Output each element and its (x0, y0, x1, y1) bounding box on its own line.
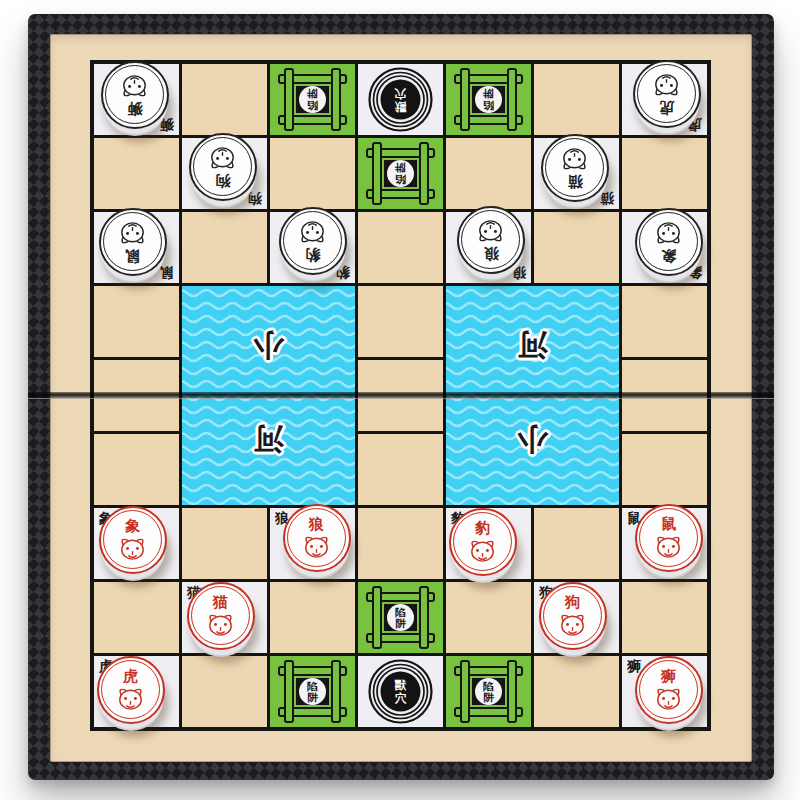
river-label: 河 (518, 330, 548, 360)
piece-red-elephant[interactable]: 象 (99, 506, 167, 574)
cell-r3c2[interactable] (182, 212, 267, 283)
trap-square-r2c4[interactable]: 陷 阱 (358, 138, 443, 209)
cell-r1c2[interactable] (182, 64, 267, 135)
piece-character: 象 (125, 518, 140, 533)
piece-character: 虎 (659, 101, 674, 116)
cell-r8c1[interactable] (94, 582, 179, 653)
piece-disc: 鼠 (635, 504, 703, 572)
cell-r3c6[interactable] (534, 212, 619, 283)
svg-text:陷: 陷 (307, 100, 318, 112)
piece-print: 鼠 (637, 506, 701, 570)
cat-face-icon (202, 610, 239, 638)
river-label: 小 (518, 424, 548, 454)
svg-text:阱: 阱 (483, 691, 494, 703)
cell-r9c6[interactable] (534, 656, 619, 727)
piece-black-leopard[interactable]: 豹 (279, 207, 347, 275)
trap-square-r9c5[interactable]: 陷 阱 (446, 656, 531, 727)
elephant-face-icon (114, 534, 151, 562)
cell-r8c3[interactable] (270, 582, 355, 653)
svg-text:穴: 穴 (394, 691, 407, 705)
svg-text:陷: 陷 (483, 680, 494, 692)
leopard-face-icon (294, 219, 331, 247)
piece-character: 鼠 (125, 249, 140, 264)
dog-face-icon (554, 610, 591, 638)
cat-face-icon (556, 146, 593, 174)
river-label: 河 (254, 424, 284, 454)
piece-character: 猫 (567, 175, 582, 190)
piece-red-wolf[interactable]: 狼 (283, 504, 351, 572)
piece-character: 猫 (213, 594, 228, 609)
wolf-face-icon (472, 218, 509, 246)
piece-print: 狼 (459, 208, 523, 272)
piece-print: 鼠 (101, 210, 165, 274)
piece-black-elephant[interactable]: 象 (635, 208, 703, 276)
piece-disc: 虎 (633, 60, 701, 128)
piece-character: 狗 (565, 594, 580, 609)
piece-black-rat[interactable]: 鼠 (99, 208, 167, 276)
piece-disc: 狼 (457, 206, 525, 274)
svg-text:阱: 阱 (483, 88, 494, 100)
piece-disc: 狗 (539, 582, 607, 650)
piece-disc: 豹 (449, 508, 517, 576)
piece-print: 狗 (191, 135, 255, 199)
cell-r6c7[interactable] (622, 434, 707, 505)
piece-disc: 狮 (635, 656, 703, 724)
piece-character: 虎 (123, 668, 138, 683)
river-label: 小 (254, 330, 284, 360)
cell-r8c7[interactable] (622, 582, 707, 653)
cell-r9c2[interactable] (182, 656, 267, 727)
piece-character: 狗 (215, 174, 230, 189)
den-square-r9c4[interactable]: 獸 穴 (358, 656, 443, 727)
svg-text:阱: 阱 (307, 88, 318, 100)
svg-text:阱: 阱 (395, 617, 406, 629)
piece-character: 狮 (661, 668, 676, 683)
tiger-face-icon (112, 684, 149, 712)
svg-text:阱: 阱 (395, 162, 406, 174)
cell-r2c7[interactable] (622, 138, 707, 209)
piece-print: 狮 (103, 63, 167, 127)
svg-text:陷: 陷 (307, 680, 318, 692)
piece-disc: 鼠 (99, 208, 167, 276)
cell-r7c2[interactable] (182, 508, 267, 579)
piece-character: 鼠 (661, 516, 676, 531)
svg-text:陷: 陷 (483, 100, 494, 112)
piece-black-tiger[interactable]: 虎 (633, 60, 701, 128)
game-board: 狮 陷 阱 獸 (28, 14, 774, 780)
piece-red-lion[interactable]: 狮 (635, 656, 703, 724)
piece-black-dog[interactable]: 狗 (189, 133, 257, 201)
piece-character: 豹 (305, 248, 320, 263)
elephant-face-icon (650, 220, 687, 248)
svg-text:穴: 穴 (394, 87, 407, 101)
piece-red-dog[interactable]: 狗 (539, 582, 607, 650)
dog-face-icon (204, 145, 241, 173)
piece-red-cat[interactable]: 猫 (187, 582, 255, 650)
piece-print: 象 (637, 210, 701, 274)
piece-black-lion[interactable]: 狮 (101, 61, 169, 129)
cell-r2c5[interactable] (446, 138, 531, 209)
cell-r2c1[interactable] (94, 138, 179, 209)
den-square-r1c4[interactable]: 獸 穴 (358, 64, 443, 135)
piece-print: 狗 (541, 584, 605, 648)
piece-print: 猫 (543, 136, 607, 200)
svg-text:獸: 獸 (394, 101, 407, 113)
piece-print: 豹 (451, 510, 515, 574)
piece-red-tiger[interactable]: 虎 (97, 656, 165, 724)
piece-red-leopard[interactable]: 豹 (449, 508, 517, 576)
piece-print: 狮 (637, 658, 701, 722)
piece-disc: 象 (99, 506, 167, 574)
piece-character: 狼 (309, 516, 324, 531)
svg-text:阱: 阱 (307, 691, 318, 703)
piece-print: 虎 (99, 658, 163, 722)
cell-r8c5[interactable] (446, 582, 531, 653)
piece-print: 猫 (189, 584, 253, 648)
piece-print: 豹 (281, 209, 345, 273)
piece-disc: 豹 (279, 207, 347, 275)
cell-r7c4[interactable] (358, 508, 443, 579)
piece-print: 狼 (285, 506, 349, 570)
piece-disc: 猫 (187, 582, 255, 650)
fold-seam (28, 392, 774, 399)
tiger-face-icon (648, 72, 685, 100)
piece-disc: 猫 (541, 134, 609, 202)
piece-character: 象 (661, 249, 676, 264)
piece-disc: 狗 (189, 133, 257, 201)
piece-disc: 狼 (283, 504, 351, 572)
rat-face-icon (114, 220, 151, 248)
trap-square-r8c4[interactable]: 陷 阱 (358, 582, 443, 653)
cell-r1c6[interactable] (534, 64, 619, 135)
piece-black-cat[interactable]: 猫 (541, 134, 609, 202)
lion-face-icon (650, 684, 687, 712)
cell-r6c1[interactable] (94, 434, 179, 505)
svg-text:獸: 獸 (394, 679, 407, 691)
piece-disc: 狮 (101, 61, 169, 129)
piece-disc: 虎 (97, 656, 165, 724)
cell-r4c1[interactable] (94, 286, 179, 357)
trap-square-r1c5[interactable]: 陷 阱 (446, 64, 531, 135)
cell-r6c4[interactable] (358, 434, 443, 505)
piece-disc: 象 (635, 208, 703, 276)
piece-print: 象 (101, 508, 165, 572)
leopard-face-icon (464, 536, 501, 564)
piece-character: 豹 (475, 520, 490, 535)
svg-text:陷: 陷 (395, 606, 406, 618)
photo-background: { "game": { "name_zh": "斗兽棋", "name_en":… (0, 0, 800, 800)
trap-square-r9c3[interactable]: 陷 阱 (270, 656, 355, 727)
lion-face-icon (116, 73, 153, 101)
piece-character: 狮 (127, 102, 142, 117)
cell-r2c3[interactable] (270, 138, 355, 209)
cell-r4c7[interactable] (622, 286, 707, 357)
cell-r7c6[interactable] (534, 508, 619, 579)
trap-square-r1c3[interactable]: 陷 阱 (270, 64, 355, 135)
piece-black-wolf[interactable]: 狼 (457, 206, 525, 274)
piece-character: 狼 (483, 247, 498, 262)
piece-print: 虎 (635, 62, 699, 126)
cell-r3c4[interactable] (358, 212, 443, 283)
wolf-face-icon (298, 532, 335, 560)
rat-face-icon (650, 532, 687, 560)
piece-red-rat[interactable]: 鼠 (635, 504, 703, 572)
cell-r4c4[interactable] (358, 286, 443, 357)
svg-text:陷: 陷 (395, 174, 406, 186)
